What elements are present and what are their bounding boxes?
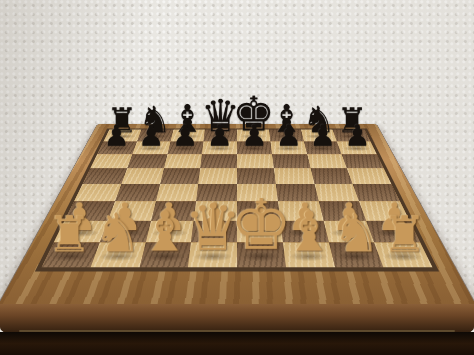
square-g7[interactable]: ♟: [304, 141, 342, 154]
square-a6[interactable]: [90, 154, 132, 168]
square-g1[interactable]: ♞: [329, 243, 384, 268]
black-pawn-h7[interactable]: ♟: [344, 121, 370, 150]
chess-photo-scene: ♜♞♝♛♚♝♞♜♟♟♟♟♟♟♟♟♟♟♟♟♟♟♟♟♜♞♝♛♚♝♞♜: [0, 0, 474, 355]
black-pawn-a7[interactable]: ♟: [103, 121, 129, 150]
square-c5[interactable]: [160, 168, 201, 184]
square-c7[interactable]: ♟: [167, 141, 204, 154]
white-knight-g1[interactable]: ♞: [333, 206, 381, 259]
white-bishop-c1[interactable]: ♝: [140, 204, 190, 259]
square-h7[interactable]: ♟: [337, 141, 377, 154]
black-pawn-f7[interactable]: ♟: [275, 121, 301, 150]
board-grid: ♜♞♝♛♚♝♞♜♟♟♟♟♟♟♟♟♟♟♟♟♟♟♟♟♜♞♝♛♚♝♞♜: [35, 128, 439, 271]
square-c6[interactable]: [164, 154, 202, 168]
square-b5[interactable]: [121, 168, 163, 184]
white-king-e1[interactable]: ♚: [230, 190, 292, 260]
black-pawn-c7[interactable]: ♟: [172, 121, 198, 150]
square-b7[interactable]: ♟: [132, 141, 170, 154]
square-b1[interactable]: ♞: [90, 243, 145, 268]
white-rook-a1[interactable]: ♜: [47, 210, 92, 260]
square-f6[interactable]: [272, 154, 310, 168]
perspective-stage: ♜♞♝♛♚♝♞♜♟♟♟♟♟♟♟♟♟♟♟♟♟♟♟♟♜♞♝♛♚♝♞♜: [0, 0, 474, 307]
square-d7[interactable]: ♟: [202, 141, 237, 154]
square-f7[interactable]: ♟: [270, 141, 307, 154]
black-pawn-g7[interactable]: ♟: [310, 121, 336, 150]
square-h6[interactable]: [342, 154, 384, 168]
square-f1[interactable]: ♝: [283, 243, 335, 268]
square-g5[interactable]: [310, 168, 352, 184]
square-e5[interactable]: [237, 168, 276, 184]
square-g6[interactable]: [307, 154, 347, 168]
white-bishop-f1[interactable]: ♝: [284, 204, 334, 259]
square-d5[interactable]: [198, 168, 237, 184]
black-pawn-d7[interactable]: ♟: [207, 121, 233, 150]
square-d6[interactable]: [200, 154, 237, 168]
square-b6[interactable]: [127, 154, 167, 168]
table-apron: [0, 332, 474, 355]
black-pawn-e7[interactable]: ♟: [241, 121, 267, 150]
white-knight-b1[interactable]: ♞: [93, 206, 141, 259]
square-h1[interactable]: ♜: [374, 243, 432, 268]
white-rook-h1[interactable]: ♜: [382, 210, 427, 260]
square-e6[interactable]: [237, 154, 274, 168]
square-a5[interactable]: [83, 168, 127, 184]
square-f5[interactable]: [274, 168, 315, 184]
square-a7[interactable]: ♟: [97, 141, 137, 154]
square-e1[interactable]: ♚: [237, 243, 286, 268]
table-front-edge: [0, 304, 474, 334]
chess-board: ♜♞♝♛♚♝♞♜♟♟♟♟♟♟♟♟♟♟♟♟♟♟♟♟♜♞♝♛♚♝♞♜: [0, 124, 474, 307]
square-e7[interactable]: ♟: [237, 141, 272, 154]
square-h5[interactable]: [347, 168, 391, 184]
black-pawn-b7[interactable]: ♟: [138, 121, 164, 150]
